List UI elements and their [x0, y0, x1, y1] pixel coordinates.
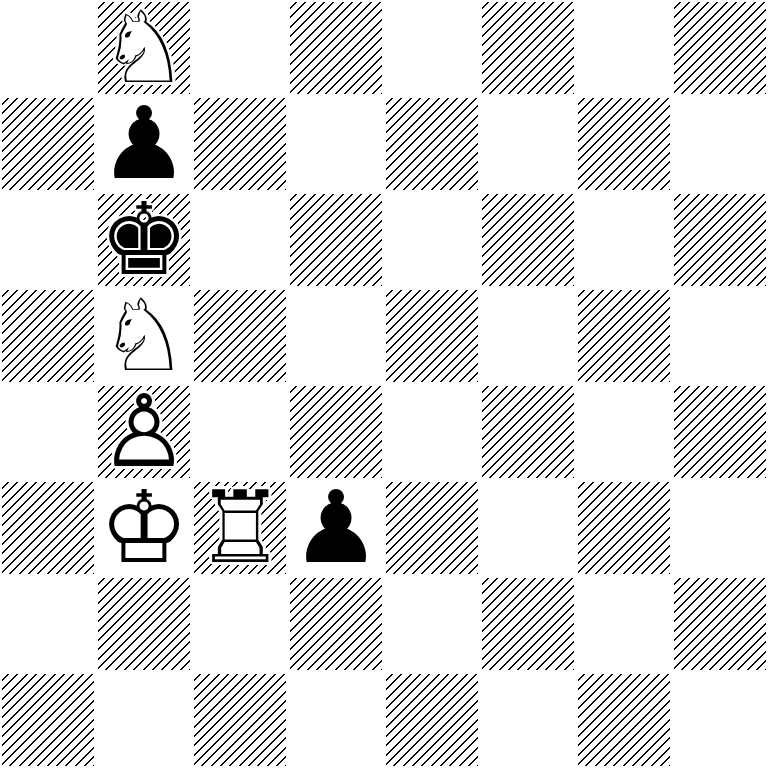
- black-pawn-solid-layer: ♟: [96, 96, 192, 192]
- white-knight-fill-layer: ♞: [96, 0, 192, 96]
- piece-white-knight[interactable]: ♞♘: [96, 0, 192, 96]
- square-e6[interactable]: [384, 192, 480, 288]
- white-king-outline-layer: ♔: [96, 480, 192, 576]
- square-e4[interactable]: [384, 384, 480, 480]
- square-g2[interactable]: [576, 576, 672, 672]
- square-b4[interactable]: ♟♙: [96, 384, 192, 480]
- square-f4[interactable]: [480, 384, 576, 480]
- black-king-solid-layer: ♚: [96, 192, 192, 288]
- square-h8[interactable]: [672, 0, 768, 96]
- square-c4[interactable]: [192, 384, 288, 480]
- white-knight-fill-layer: ♞: [96, 288, 192, 384]
- piece-white-rook[interactable]: ♜♖: [192, 480, 288, 576]
- white-knight-outline-layer: ♘: [96, 288, 192, 384]
- square-e3[interactable]: [384, 480, 480, 576]
- piece-black-pawn[interactable]: ♟: [96, 96, 192, 192]
- square-h4[interactable]: [672, 384, 768, 480]
- piece-black-pawn[interactable]: ♟: [288, 480, 384, 576]
- square-f7[interactable]: [480, 96, 576, 192]
- square-e7[interactable]: [384, 96, 480, 192]
- square-e2[interactable]: [384, 576, 480, 672]
- square-b7[interactable]: ♟: [96, 96, 192, 192]
- square-a1[interactable]: [0, 672, 96, 768]
- square-f5[interactable]: [480, 288, 576, 384]
- square-g8[interactable]: [576, 0, 672, 96]
- square-f6[interactable]: [480, 192, 576, 288]
- square-g1[interactable]: [576, 672, 672, 768]
- white-pawn-fill-layer: ♟: [96, 384, 192, 480]
- white-knight-outline-layer: ♘: [96, 0, 192, 96]
- square-b5[interactable]: ♞♘: [96, 288, 192, 384]
- square-h2[interactable]: [672, 576, 768, 672]
- square-c2[interactable]: [192, 576, 288, 672]
- square-a5[interactable]: [0, 288, 96, 384]
- square-g4[interactable]: [576, 384, 672, 480]
- square-c6[interactable]: [192, 192, 288, 288]
- square-c7[interactable]: [192, 96, 288, 192]
- square-b3[interactable]: ♚♔: [96, 480, 192, 576]
- square-a4[interactable]: [0, 384, 96, 480]
- square-d4[interactable]: [288, 384, 384, 480]
- chess-board: ♞♘♟♚♞♘♟♙♚♔♜♖♟: [0, 0, 768, 768]
- square-d8[interactable]: [288, 0, 384, 96]
- square-a6[interactable]: [0, 192, 96, 288]
- square-d2[interactable]: [288, 576, 384, 672]
- white-pawn-outline-layer: ♙: [96, 384, 192, 480]
- square-g7[interactable]: [576, 96, 672, 192]
- piece-white-knight[interactable]: ♞♘: [96, 288, 192, 384]
- square-b6[interactable]: ♚: [96, 192, 192, 288]
- square-b8[interactable]: ♞♘: [96, 0, 192, 96]
- square-e1[interactable]: [384, 672, 480, 768]
- square-g3[interactable]: [576, 480, 672, 576]
- square-h5[interactable]: [672, 288, 768, 384]
- piece-white-pawn[interactable]: ♟♙: [96, 384, 192, 480]
- square-h6[interactable]: [672, 192, 768, 288]
- white-rook-outline-layer: ♖: [192, 480, 288, 576]
- square-h1[interactable]: [672, 672, 768, 768]
- square-g6[interactable]: [576, 192, 672, 288]
- square-d3[interactable]: ♟: [288, 480, 384, 576]
- square-b1[interactable]: [96, 672, 192, 768]
- square-d1[interactable]: [288, 672, 384, 768]
- square-a7[interactable]: [0, 96, 96, 192]
- square-c1[interactable]: [192, 672, 288, 768]
- square-h3[interactable]: [672, 480, 768, 576]
- square-e5[interactable]: [384, 288, 480, 384]
- square-d6[interactable]: [288, 192, 384, 288]
- square-c5[interactable]: [192, 288, 288, 384]
- square-f8[interactable]: [480, 0, 576, 96]
- black-pawn-solid-layer: ♟: [288, 480, 384, 576]
- square-c3[interactable]: ♜♖: [192, 480, 288, 576]
- white-rook-fill-layer: ♜: [192, 480, 288, 576]
- piece-black-king[interactable]: ♚: [96, 192, 192, 288]
- square-h7[interactable]: [672, 96, 768, 192]
- square-a3[interactable]: [0, 480, 96, 576]
- square-a8[interactable]: [0, 0, 96, 96]
- piece-white-king[interactable]: ♚♔: [96, 480, 192, 576]
- square-g5[interactable]: [576, 288, 672, 384]
- square-b2[interactable]: [96, 576, 192, 672]
- square-d5[interactable]: [288, 288, 384, 384]
- white-king-fill-layer: ♚: [96, 480, 192, 576]
- square-f2[interactable]: [480, 576, 576, 672]
- square-e8[interactable]: [384, 0, 480, 96]
- square-f3[interactable]: [480, 480, 576, 576]
- square-a2[interactable]: [0, 576, 96, 672]
- square-d7[interactable]: [288, 96, 384, 192]
- square-f1[interactable]: [480, 672, 576, 768]
- square-c8[interactable]: [192, 0, 288, 96]
